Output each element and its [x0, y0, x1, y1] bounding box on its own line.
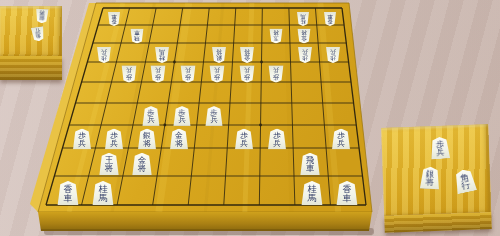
- piece-kanji-pawn: 歩兵: [214, 67, 220, 80]
- piece-kanji-knight: 桂馬: [159, 48, 165, 60]
- piece-kanji-pawn: 歩兵: [210, 108, 217, 123]
- piece-kanji-lance: 香車: [111, 13, 116, 24]
- piece-kanji-rook: 飛車: [306, 155, 314, 172]
- piece-kanji-pawn: 歩兵: [101, 48, 107, 60]
- piece-kanji-knight: 桂馬: [98, 183, 107, 202]
- star-point: [173, 61, 176, 64]
- piece-kanji-rook: 飛車: [134, 30, 140, 42]
- piece-kanji-pawn: 歩兵: [273, 67, 279, 80]
- piece-kanji-lance: 香車: [63, 183, 72, 202]
- piece-kanji-knight: 桂馬: [300, 13, 305, 24]
- star-point: [259, 124, 262, 127]
- piece-kanji-king: 王将: [105, 155, 113, 172]
- piece-kanji-pawn: 歩兵: [125, 67, 131, 80]
- piece-kanji-silver: 銀将: [39, 10, 45, 21]
- piece-kanji-pawn: 歩兵: [111, 130, 119, 146]
- piece-kanji-pawn: 歩兵: [147, 108, 154, 123]
- piece-kanji-bishop: 角行: [459, 171, 471, 190]
- piece-kanji-gold: 金将: [175, 130, 183, 146]
- piece-kanji-pawn: 歩兵: [243, 67, 249, 80]
- piece-kanji-pawn: 歩兵: [302, 48, 308, 60]
- piece-kanji-gold: 金将: [244, 48, 250, 60]
- piece-kanji-knight: 桂馬: [307, 183, 316, 202]
- piece-kanji-pawn: 歩兵: [330, 48, 336, 60]
- board-front-face: [38, 212, 372, 231]
- photo-stage: 香車桂馬香車飛車玉将金将歩兵桂馬銀将金将歩兵歩兵歩兵歩兵歩兵歩兵歩兵歩兵歩兵歩兵…: [0, 0, 500, 236]
- komadai-gote-front: [0, 56, 62, 80]
- piece-kanji-gold: 金将: [301, 30, 307, 42]
- star-point: [260, 61, 263, 64]
- piece-kanji-gold: 金将: [138, 155, 146, 172]
- star-point: [163, 124, 166, 127]
- piece-kanji-pawn: 歩兵: [273, 130, 281, 146]
- piece-kanji-king: 玉将: [273, 30, 279, 42]
- piece-kanji-bishop: 角行: [35, 28, 42, 40]
- piece-kanji-pawn: 歩兵: [240, 130, 248, 146]
- piece-kanji-silver: 銀将: [216, 48, 222, 60]
- piece-kanji-lance: 香車: [327, 13, 332, 24]
- piece-kanji-pawn: 歩兵: [184, 67, 190, 80]
- piece-kanji-pawn: 歩兵: [179, 108, 186, 123]
- piece-kanji-pawn: 歩兵: [155, 67, 161, 80]
- piece-kanji-silver: 銀将: [425, 169, 434, 187]
- piece-kanji-pawn: 歩兵: [338, 130, 346, 146]
- komadai-gote-top: [0, 6, 62, 56]
- piece-kanji-lance: 香車: [342, 183, 351, 202]
- piece-kanji-pawn: 歩兵: [78, 130, 86, 146]
- piece-kanji-pawn: 歩兵: [435, 139, 444, 156]
- piece-9a[interactable]: 香車: [108, 11, 121, 25]
- komadai-gote: [0, 6, 62, 80]
- piece-kanji-silver: 銀将: [143, 130, 151, 146]
